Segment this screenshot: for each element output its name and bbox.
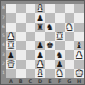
square-g2[interactable]: [65, 60, 75, 69]
square-b2[interactable]: [16, 60, 26, 69]
chess-diagram: 87654321 ♝♟♜♞♞♟♜♜♟♚♝♟♟♞♟♛♟♟♝♞♚ ABCDEFGH: [0, 0, 85, 85]
square-g4[interactable]: [65, 41, 75, 50]
black-pawn-d3: ♟: [36, 51, 44, 60]
white-king-h1: ♚: [75, 69, 83, 78]
square-d7[interactable]: ♟: [35, 13, 45, 22]
square-f6[interactable]: [55, 23, 65, 32]
square-d2[interactable]: ♟: [35, 60, 45, 69]
square-g1[interactable]: [65, 69, 75, 78]
black-knight-e6: ♞: [46, 23, 54, 32]
file-label-c: C: [26, 78, 36, 85]
square-f1[interactable]: ♞: [55, 69, 65, 78]
white-bishop-d1: ♝: [36, 69, 44, 78]
square-b3[interactable]: [16, 50, 26, 59]
square-e4[interactable]: ♚: [45, 41, 55, 50]
black-bishop-h4: ♝: [75, 41, 83, 50]
square-g8[interactable]: [65, 4, 75, 13]
square-a7[interactable]: [6, 13, 16, 22]
square-c1[interactable]: [26, 69, 36, 78]
square-d4[interactable]: ♟: [35, 41, 45, 50]
square-a5[interactable]: ♟: [6, 32, 16, 41]
white-pawn-d2: ♟: [36, 60, 44, 69]
square-h7[interactable]: [74, 13, 84, 22]
black-pawn-a3: ♟: [7, 51, 15, 60]
square-c3[interactable]: [26, 50, 36, 59]
square-f4[interactable]: [55, 41, 65, 50]
white-pawn-h3: ♟: [75, 51, 83, 60]
square-g7[interactable]: [65, 13, 75, 22]
square-f2[interactable]: ♟: [55, 60, 65, 69]
square-g5[interactable]: [65, 32, 75, 41]
square-c8[interactable]: [26, 4, 36, 13]
file-label-f: F: [55, 78, 65, 85]
square-e2[interactable]: [45, 60, 55, 69]
square-b4[interactable]: [16, 41, 26, 50]
square-f8[interactable]: [55, 4, 65, 13]
square-g6[interactable]: ♞: [65, 23, 75, 32]
square-b8[interactable]: [16, 4, 26, 13]
square-b5[interactable]: [16, 32, 26, 41]
square-d5[interactable]: [35, 32, 45, 41]
square-d1[interactable]: ♝: [35, 69, 45, 78]
square-c5[interactable]: [26, 32, 36, 41]
black-king-e4: ♚: [46, 41, 54, 50]
file-label-e: E: [45, 78, 55, 85]
square-a4[interactable]: ♜: [6, 41, 16, 50]
square-b1[interactable]: [16, 69, 26, 78]
black-pawn-d7: ♟: [36, 14, 44, 23]
square-d8[interactable]: ♝: [35, 4, 45, 13]
white-knight-f1: ♞: [56, 69, 64, 78]
square-e8[interactable]: [45, 4, 55, 13]
file-label-g: G: [65, 78, 75, 85]
square-f7[interactable]: [55, 13, 65, 22]
square-e6[interactable]: ♞: [45, 23, 55, 32]
square-e5[interactable]: [45, 32, 55, 41]
square-e7[interactable]: [45, 13, 55, 22]
square-d3[interactable]: ♟: [35, 50, 45, 59]
square-e1[interactable]: [45, 69, 55, 78]
square-h6[interactable]: [74, 23, 84, 32]
square-a2[interactable]: ♛: [6, 60, 16, 69]
square-g3[interactable]: [65, 50, 75, 59]
square-h8[interactable]: [74, 4, 84, 13]
white-rook-f5: ♜: [56, 32, 64, 41]
square-h5[interactable]: [74, 32, 84, 41]
square-a3[interactable]: ♟: [6, 50, 16, 59]
square-b7[interactable]: [16, 13, 26, 22]
square-f5[interactable]: ♜: [55, 32, 65, 41]
square-e3[interactable]: [45, 50, 55, 59]
square-c7[interactable]: [26, 13, 36, 22]
square-a6[interactable]: [6, 23, 16, 32]
file-labels: ABCDEFGH: [6, 78, 84, 85]
chess-board: ♝♟♜♞♞♟♜♜♟♚♝♟♟♞♟♛♟♟♝♞♚: [6, 4, 84, 78]
file-label-h: H: [74, 78, 84, 85]
file-label-d: D: [35, 78, 45, 85]
white-bishop-d8: ♝: [36, 4, 44, 13]
black-rook-d6: ♜: [36, 23, 44, 32]
file-label-a: A: [6, 78, 16, 85]
black-pawn-f2: ♟: [56, 60, 64, 69]
black-knight-f3: ♞: [56, 51, 64, 60]
square-h1[interactable]: ♚: [74, 69, 84, 78]
white-rook-a4: ♜: [7, 41, 15, 50]
square-a1[interactable]: [6, 69, 16, 78]
white-knight-g6: ♞: [66, 23, 74, 32]
square-a8[interactable]: [6, 4, 16, 13]
square-c4[interactable]: [26, 41, 36, 50]
black-pawn-d4: ♟: [36, 41, 44, 50]
square-h4[interactable]: ♝: [74, 41, 84, 50]
square-b6[interactable]: [16, 23, 26, 32]
square-d6[interactable]: ♜: [35, 23, 45, 32]
white-queen-a2: ♛: [7, 60, 15, 69]
file-label-b: B: [16, 78, 26, 85]
square-h2[interactable]: [74, 60, 84, 69]
square-c6[interactable]: [26, 23, 36, 32]
white-pawn-a5: ♟: [7, 32, 15, 41]
square-h3[interactable]: ♟: [74, 50, 84, 59]
square-f3[interactable]: ♞: [55, 50, 65, 59]
square-c2[interactable]: [26, 60, 36, 69]
